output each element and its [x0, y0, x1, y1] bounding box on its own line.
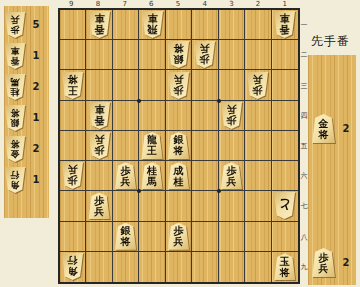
- file-label: 8: [85, 0, 112, 8]
- board-square-5三[interactable]: 歩兵: [166, 70, 192, 100]
- board-square-7一[interactable]: [113, 10, 139, 40]
- board-square-2二[interactable]: [245, 40, 271, 70]
- board-square-5五[interactable]: 銀将: [166, 131, 192, 161]
- shogi-piece-gote[interactable]: 香車: [88, 102, 111, 129]
- shogi-piece-sente[interactable]: 歩兵: [311, 248, 336, 277]
- shogi-piece-sente[interactable]: 歩兵: [88, 192, 111, 219]
- board-square-5一[interactable]: [166, 10, 192, 40]
- shogi-piece-sente[interactable]: 歩兵: [167, 223, 190, 250]
- shogi-piece-gote[interactable]: 歩兵: [193, 41, 216, 68]
- piece-kanji: 将: [173, 44, 183, 55]
- piece-kanji: 龍: [147, 134, 157, 145]
- piece-kanji: 歩: [200, 55, 210, 66]
- shogi-piece-gote[interactable]: 歩兵: [4, 12, 26, 38]
- hand-piece-count: 1: [30, 50, 42, 61]
- board-square-6八[interactable]: [139, 222, 165, 252]
- piece-kanji: 馬: [147, 176, 157, 187]
- piece-kanji: 歩: [94, 145, 104, 156]
- board-square-7八[interactable]: 銀将: [113, 222, 139, 252]
- board-square-1六[interactable]: [272, 161, 298, 191]
- board-square-3二[interactable]: [219, 40, 245, 70]
- piece-kanji: 行: [68, 256, 78, 267]
- board-square-6九[interactable]: [139, 252, 165, 282]
- hand-piece-count: 5: [30, 19, 42, 30]
- file-label: 1: [271, 0, 298, 8]
- piece-kanji: 兵: [173, 74, 183, 85]
- board-square-7四[interactable]: [113, 101, 139, 131]
- piece-kanji: 歩: [173, 85, 183, 96]
- board-square-4四[interactable]: [192, 101, 218, 131]
- turn-indicator: 先手番: [311, 33, 357, 50]
- hand-piece-count: 2: [30, 81, 42, 92]
- board-square-5七[interactable]: [166, 191, 192, 221]
- board-square-7九[interactable]: [113, 252, 139, 282]
- board-square-9六[interactable]: 歩兵: [60, 161, 86, 191]
- hand-piece-count: 2: [340, 123, 352, 134]
- board-square-1二[interactable]: [272, 40, 298, 70]
- board-square-4九[interactable]: [192, 252, 218, 282]
- piece-kanji: 歩: [226, 165, 236, 176]
- piece-kanji: 将: [319, 129, 329, 140]
- board-square-7三[interactable]: [113, 70, 139, 100]
- piece-kanji: 銀: [121, 225, 131, 236]
- piece-kanji: 兵: [226, 104, 236, 115]
- piece-kanji: 将: [121, 236, 131, 247]
- piece-kanji: 将: [173, 145, 183, 156]
- shogi-piece-gote[interactable]: 角行: [4, 167, 26, 193]
- board-square-2七[interactable]: [245, 191, 271, 221]
- board-square-2六[interactable]: [245, 161, 271, 191]
- board-square-6三[interactable]: [139, 70, 165, 100]
- shogi-piece-sente[interactable]: 玉将: [273, 253, 296, 280]
- board-square-1五[interactable]: [272, 131, 298, 161]
- shogi-piece-gote[interactable]: 飛車: [141, 11, 164, 38]
- board-square-4三[interactable]: [192, 70, 218, 100]
- sente-captured-stand: 金将2歩兵2: [308, 55, 356, 285]
- piece-kanji: 歩: [226, 115, 236, 126]
- hand-piece-count: 2: [340, 257, 352, 268]
- piece-kanji: 金: [319, 118, 329, 129]
- board-square-6五[interactable]: 龍王: [139, 131, 165, 161]
- shogi-board: 香車飛車香車銀将歩兵王将歩兵歩兵香車歩兵歩兵龍王銀将歩兵歩兵桂馬成桂歩兵歩兵と銀…: [58, 8, 300, 284]
- board-square-2三[interactable]: 歩兵: [245, 70, 271, 100]
- board-square-3七[interactable]: [219, 191, 245, 221]
- piece-kanji: 銀: [11, 118, 20, 128]
- board-square-6二[interactable]: [139, 40, 165, 70]
- board-square-3六[interactable]: 歩兵: [219, 161, 245, 191]
- board-square-6四[interactable]: [139, 101, 165, 131]
- rank-label: 一: [299, 10, 309, 40]
- board-square-8八[interactable]: [86, 222, 112, 252]
- piece-kanji: 馬: [11, 77, 20, 87]
- hand-piece-count: 1: [30, 112, 42, 123]
- board-square-8九[interactable]: [86, 252, 112, 282]
- gote-hand-entry: 金将2: [4, 133, 49, 164]
- piece-kanji: 車: [94, 14, 104, 25]
- board-square-5六[interactable]: 成桂: [166, 161, 192, 191]
- shogi-piece-gote[interactable]: 歩兵: [220, 102, 243, 129]
- board-square-6七[interactable]: [139, 191, 165, 221]
- shogi-piece-gote[interactable]: と: [273, 192, 296, 219]
- star-point: [137, 189, 141, 193]
- piece-kanji: 香: [94, 25, 104, 36]
- piece-kanji: 歩: [319, 252, 329, 263]
- piece-kanji: 兵: [226, 176, 236, 187]
- shogi-piece-gote[interactable]: 銀将: [4, 105, 26, 131]
- piece-kanji: 香: [280, 25, 290, 36]
- file-label: 2: [245, 0, 272, 8]
- file-label: 6: [138, 0, 165, 8]
- board-square-1一[interactable]: 香車: [272, 10, 298, 40]
- piece-kanji: 車: [280, 14, 290, 25]
- piece-kanji: と: [278, 199, 291, 213]
- board-square-8七[interactable]: 歩兵: [86, 191, 112, 221]
- piece-kanji: 将: [11, 139, 20, 149]
- board-square-5九[interactable]: [166, 252, 192, 282]
- piece-kanji: 将: [280, 267, 290, 278]
- file-coordinates: 987654321: [58, 0, 298, 8]
- board-square-9七[interactable]: [60, 191, 86, 221]
- piece-kanji: 金: [11, 149, 20, 159]
- board-square-9三[interactable]: 王将: [60, 70, 86, 100]
- gote-hand-entry: 桂馬2: [4, 71, 49, 102]
- board-square-3一[interactable]: [219, 10, 245, 40]
- shogi-piece-gote[interactable]: 香車: [4, 43, 26, 69]
- board-square-4二[interactable]: 歩兵: [192, 40, 218, 70]
- piece-kanji: 兵: [68, 165, 78, 176]
- shogi-piece-sente[interactable]: 歩兵: [220, 162, 243, 189]
- board-square-2五[interactable]: [245, 131, 271, 161]
- gote-hand-entry: 歩兵5: [4, 9, 49, 40]
- board-square-1九[interactable]: 玉将: [272, 252, 298, 282]
- board-square-1四[interactable]: [272, 101, 298, 131]
- star-point: [217, 189, 221, 193]
- board-square-9四[interactable]: [60, 101, 86, 131]
- piece-kanji: 歩: [94, 195, 104, 206]
- board-square-3八[interactable]: [219, 222, 245, 252]
- board-square-6六[interactable]: 桂馬: [139, 161, 165, 191]
- piece-kanji: 兵: [94, 206, 104, 217]
- board-grid: 香車飛車香車銀将歩兵王将歩兵歩兵香車歩兵歩兵龍王銀将歩兵歩兵桂馬成桂歩兵歩兵と銀…: [60, 10, 298, 282]
- file-label: 3: [218, 0, 245, 8]
- piece-kanji: 銀: [173, 55, 183, 66]
- piece-kanji: 車: [147, 14, 157, 25]
- gote-hand-entry: 香車1: [4, 40, 49, 71]
- board-square-4一[interactable]: [192, 10, 218, 40]
- board-square-3三[interactable]: [219, 70, 245, 100]
- piece-kanji: 将: [11, 108, 20, 118]
- piece-kanji: 歩: [68, 176, 78, 187]
- piece-kanji: 兵: [319, 263, 329, 274]
- piece-kanji: 玉: [280, 256, 290, 267]
- shogi-piece-sente[interactable]: 金将: [311, 114, 336, 143]
- board-square-7七[interactable]: [113, 191, 139, 221]
- piece-kanji: 歩: [121, 165, 131, 176]
- board-square-5四[interactable]: [166, 101, 192, 131]
- board-square-7六[interactable]: 歩兵: [113, 161, 139, 191]
- piece-kanji: 歩: [11, 25, 20, 35]
- star-point: [137, 99, 141, 103]
- shogi-piece-gote[interactable]: 桂馬: [4, 74, 26, 100]
- piece-kanji: 兵: [121, 176, 131, 187]
- gote-hand-entry: 角行1: [4, 164, 49, 195]
- board-square-9二[interactable]: [60, 40, 86, 70]
- shogi-piece-sente[interactable]: 歩兵: [114, 162, 137, 189]
- piece-kanji: 車: [11, 46, 20, 56]
- board-square-2一[interactable]: [245, 10, 271, 40]
- piece-kanji: 歩: [253, 85, 263, 96]
- shogi-app: 歩兵5香車1桂馬2銀将1金将2角行1 香車飛車香車銀将歩兵王将歩兵歩兵香車歩兵歩…: [0, 0, 360, 287]
- board-square-9一[interactable]: [60, 10, 86, 40]
- piece-kanji: 飛: [147, 25, 157, 36]
- piece-kanji: 桂: [11, 87, 20, 97]
- board-square-2八[interactable]: [245, 222, 271, 252]
- board-square-8五[interactable]: 歩兵: [86, 131, 112, 161]
- shogi-piece-sente[interactable]: 成桂: [167, 162, 190, 189]
- board-square-4五[interactable]: [192, 131, 218, 161]
- piece-kanji: 兵: [200, 44, 210, 55]
- piece-kanji: 成: [173, 165, 183, 176]
- shogi-piece-sente[interactable]: 銀将: [167, 132, 190, 159]
- piece-kanji: 香: [94, 115, 104, 126]
- board-square-8四[interactable]: 香車: [86, 101, 112, 131]
- shogi-piece-sente[interactable]: 銀将: [114, 223, 137, 250]
- gote-hand-entry: 銀将1: [4, 102, 49, 133]
- file-label: 4: [191, 0, 218, 8]
- sente-hand-entry: 金将2: [311, 113, 352, 144]
- board-square-4六[interactable]: [192, 161, 218, 191]
- file-label: 5: [165, 0, 192, 8]
- piece-kanji: 兵: [173, 236, 183, 247]
- shogi-piece-gote[interactable]: 王将: [61, 72, 84, 99]
- board-square-5二[interactable]: 銀将: [166, 40, 192, 70]
- hand-piece-count: 2: [30, 143, 42, 154]
- piece-kanji: 王: [147, 145, 157, 156]
- piece-kanji: 香: [11, 56, 20, 66]
- gote-captured-stand: 歩兵5香車1桂馬2銀将1金将2角行1: [4, 6, 49, 218]
- star-point: [217, 99, 221, 103]
- shogi-piece-gote[interactable]: 香車: [273, 11, 296, 38]
- shogi-piece-gote[interactable]: 角行: [61, 253, 84, 280]
- piece-kanji: 兵: [11, 15, 20, 25]
- board-square-7五[interactable]: [113, 131, 139, 161]
- board-square-8二[interactable]: [86, 40, 112, 70]
- board-square-2四[interactable]: [245, 101, 271, 131]
- board-square-9八[interactable]: [60, 222, 86, 252]
- shogi-piece-gote[interactable]: 歩兵: [167, 72, 190, 99]
- shogi-piece-gote[interactable]: 香車: [88, 11, 111, 38]
- shogi-piece-sente[interactable]: 龍王: [141, 132, 164, 159]
- board-square-4八[interactable]: [192, 222, 218, 252]
- shogi-piece-gote[interactable]: 金将: [4, 136, 26, 162]
- board-square-1七[interactable]: と: [272, 191, 298, 221]
- board-square-3四[interactable]: 歩兵: [219, 101, 245, 131]
- board-square-3九[interactable]: [219, 252, 245, 282]
- board-square-8一[interactable]: 香車: [86, 10, 112, 40]
- piece-kanji: 車: [94, 104, 104, 115]
- board-square-1八[interactable]: [272, 222, 298, 252]
- piece-kanji: 将: [68, 74, 78, 85]
- piece-kanji: 行: [11, 170, 20, 180]
- shogi-piece-gote[interactable]: 歩兵: [61, 162, 84, 189]
- piece-kanji: 角: [11, 180, 20, 190]
- board-square-9五[interactable]: [60, 131, 86, 161]
- hand-piece-count: 1: [30, 174, 42, 185]
- file-label: 7: [111, 0, 138, 8]
- board-square-8三[interactable]: [86, 70, 112, 100]
- piece-kanji: 王: [68, 85, 78, 96]
- shogi-piece-gote[interactable]: 銀将: [167, 41, 190, 68]
- shogi-piece-gote[interactable]: 歩兵: [246, 72, 269, 99]
- piece-kanji: 桂: [173, 176, 183, 187]
- shogi-piece-gote[interactable]: 歩兵: [88, 132, 111, 159]
- board-square-8六[interactable]: [86, 161, 112, 191]
- board-square-6一[interactable]: 飛車: [139, 10, 165, 40]
- board-square-3五[interactable]: [219, 131, 245, 161]
- piece-kanji: 角: [68, 267, 78, 278]
- board-square-2九[interactable]: [245, 252, 271, 282]
- piece-kanji: 銀: [173, 134, 183, 145]
- board-square-7二[interactable]: [113, 40, 139, 70]
- piece-kanji: 歩: [173, 225, 183, 236]
- piece-kanji: 兵: [253, 74, 263, 85]
- board-square-4七[interactable]: [192, 191, 218, 221]
- board-square-9九[interactable]: 角行: [60, 252, 86, 282]
- sente-hand-entry: 歩兵2: [311, 247, 352, 278]
- piece-kanji: 桂: [147, 165, 157, 176]
- board-square-1三[interactable]: [272, 70, 298, 100]
- piece-kanji: 兵: [94, 134, 104, 145]
- shogi-piece-sente[interactable]: 桂馬: [141, 162, 164, 189]
- file-label: 9: [58, 0, 85, 8]
- board-square-5八[interactable]: 歩兵: [166, 222, 192, 252]
